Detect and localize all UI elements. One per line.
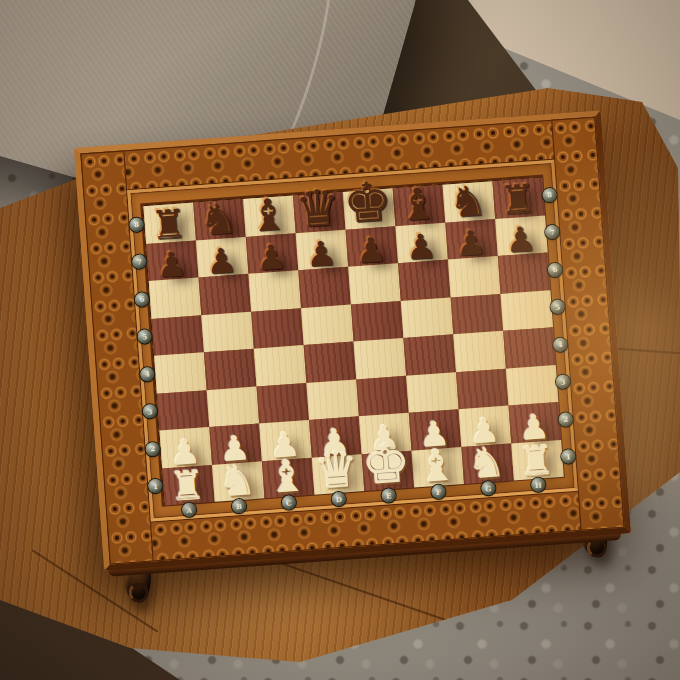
chess-board: ABCDEFGH8877665544332211 ♜♞♝♛♚♝♞♜♟♟♟♟♟♟♟… (74, 110, 631, 571)
black-bishop-f8[interactable]: ♝ (391, 176, 444, 227)
black-pawn-b7[interactable]: ♟ (195, 239, 248, 279)
black-queen-d8[interactable]: ♛ (291, 178, 345, 235)
black-pawn-h7[interactable]: ♟ (494, 218, 547, 258)
black-king-e8[interactable]: ♚ (341, 170, 395, 231)
black-knight-g8[interactable]: ♞ (441, 176, 494, 224)
black-pawn-e7[interactable]: ♟ (345, 228, 398, 268)
white-knight-g1[interactable]: ♞ (460, 438, 513, 486)
white-knight-b1[interactable]: ♞ (211, 455, 264, 503)
black-pawn-a7[interactable]: ♟ (145, 243, 198, 283)
white-rook-h1[interactable]: ♜ (510, 436, 563, 482)
black-bishop-c8[interactable]: ♝ (241, 187, 294, 238)
black-pawn-c7[interactable]: ♟ (245, 235, 298, 275)
black-rook-a8[interactable]: ♜ (142, 199, 195, 245)
white-bishop-c1[interactable]: ♝ (260, 449, 313, 500)
room-scene: ABCDEFGH8877665544332211 ♜♞♝♛♚♝♞♜♟♟♟♟♟♟♟… (0, 0, 680, 680)
black-rook-h8[interactable]: ♜ (491, 174, 544, 220)
white-king-e1[interactable]: ♚ (359, 432, 413, 493)
white-queen-d1[interactable]: ♛ (310, 439, 364, 496)
chess-pieces: ♜♞♝♛♚♝♞♜♟♟♟♟♟♟♟♟♟♟♟♟♟♟♟♟♜♞♝♛♚♝♞♜ (74, 110, 631, 571)
white-rook-a1[interactable]: ♜ (161, 461, 214, 507)
white-bishop-f1[interactable]: ♝ (410, 438, 463, 489)
black-pawn-f7[interactable]: ♟ (395, 225, 448, 265)
black-pawn-g7[interactable]: ♟ (444, 221, 497, 261)
black-pawn-d7[interactable]: ♟ (295, 232, 348, 272)
black-knight-b8[interactable]: ♞ (192, 194, 245, 242)
